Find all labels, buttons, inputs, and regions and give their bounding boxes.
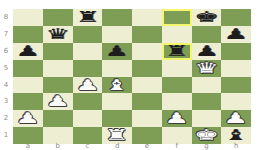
square-a3[interactable] bbox=[13, 93, 43, 110]
rank-label-4: 4 bbox=[1, 82, 11, 89]
square-e5[interactable] bbox=[132, 60, 162, 77]
square-f3[interactable] bbox=[162, 93, 192, 110]
white-pawn[interactable]: ♟ bbox=[45, 94, 70, 111]
file-label-g: g bbox=[192, 143, 222, 150]
square-f2[interactable]: ♟ bbox=[162, 110, 192, 127]
square-c4[interactable]: ♟ bbox=[73, 77, 103, 94]
white-rook[interactable]: ♜ bbox=[105, 127, 130, 144]
square-g6[interactable]: ♟ bbox=[192, 43, 222, 60]
rank-label-8: 8 bbox=[1, 14, 11, 21]
square-c5[interactable] bbox=[73, 60, 103, 77]
square-d3[interactable] bbox=[102, 93, 132, 110]
square-a8[interactable] bbox=[13, 9, 43, 26]
square-a4[interactable] bbox=[13, 77, 43, 94]
square-g1[interactable]: ♚ bbox=[192, 127, 222, 144]
square-c6[interactable] bbox=[73, 43, 103, 60]
square-a5[interactable] bbox=[13, 60, 43, 77]
square-b5[interactable] bbox=[43, 60, 73, 77]
square-e4[interactable] bbox=[132, 77, 162, 94]
black-queen[interactable]: ♛ bbox=[45, 26, 70, 43]
square-c3[interactable] bbox=[73, 93, 103, 110]
square-a2[interactable]: ♟ bbox=[13, 110, 43, 127]
rank-label-3: 3 bbox=[1, 98, 11, 105]
square-h2[interactable]: ♟ bbox=[221, 110, 251, 127]
white-pawn[interactable]: ♟ bbox=[164, 111, 189, 128]
square-d8[interactable] bbox=[102, 9, 132, 26]
square-g2[interactable] bbox=[192, 110, 222, 127]
square-a6[interactable]: ♟ bbox=[13, 43, 43, 60]
square-g8[interactable]: ♚ bbox=[192, 9, 222, 26]
file-label-c: c bbox=[73, 143, 103, 150]
square-f7[interactable] bbox=[162, 26, 192, 43]
square-d1[interactable]: ♜ bbox=[102, 127, 132, 144]
square-d5[interactable] bbox=[102, 60, 132, 77]
square-h6[interactable] bbox=[221, 43, 251, 60]
white-pawn[interactable]: ♟ bbox=[224, 111, 249, 128]
file-label-f: f bbox=[162, 143, 192, 150]
rank-label-1: 1 bbox=[1, 132, 11, 139]
square-h7[interactable]: ♟ bbox=[221, 26, 251, 43]
square-g4[interactable] bbox=[192, 77, 222, 94]
white-pawn[interactable]: ♟ bbox=[75, 77, 100, 94]
square-b2[interactable] bbox=[43, 110, 73, 127]
white-bishop[interactable]: ♝ bbox=[105, 77, 130, 94]
square-b4[interactable] bbox=[43, 77, 73, 94]
rank-label-5: 5 bbox=[1, 65, 11, 72]
square-h8[interactable] bbox=[221, 9, 251, 26]
black-pawn[interactable]: ♟ bbox=[194, 43, 219, 60]
square-b8[interactable] bbox=[43, 9, 73, 26]
square-b7[interactable]: ♛ bbox=[43, 26, 73, 43]
white-pawn[interactable]: ♟ bbox=[15, 111, 40, 128]
file-label-a: a bbox=[13, 143, 43, 150]
square-f4[interactable] bbox=[162, 77, 192, 94]
black-pawn[interactable]: ♟ bbox=[105, 43, 130, 60]
square-f8[interactable] bbox=[162, 9, 192, 26]
black-rook[interactable]: ♜ bbox=[164, 43, 189, 60]
square-g3[interactable] bbox=[192, 93, 222, 110]
square-h1[interactable]: ♝ bbox=[221, 127, 251, 144]
square-h4[interactable] bbox=[221, 77, 251, 94]
file-label-d: d bbox=[102, 143, 132, 150]
square-d4[interactable]: ♝ bbox=[102, 77, 132, 94]
black-king[interactable]: ♚ bbox=[194, 9, 219, 26]
square-e6[interactable] bbox=[132, 43, 162, 60]
square-b3[interactable]: ♟ bbox=[43, 93, 73, 110]
square-g5[interactable]: ♛ bbox=[192, 60, 222, 77]
square-d2[interactable] bbox=[102, 110, 132, 127]
square-f6[interactable]: ♜ bbox=[162, 43, 192, 60]
square-e3[interactable] bbox=[132, 93, 162, 110]
square-f5[interactable] bbox=[162, 60, 192, 77]
file-label-h: h bbox=[221, 143, 251, 150]
black-bishop[interactable]: ♝ bbox=[224, 127, 249, 144]
square-e8[interactable] bbox=[132, 9, 162, 26]
square-c8[interactable]: ♜ bbox=[73, 9, 103, 26]
square-d7[interactable] bbox=[102, 26, 132, 43]
chess-diagram: ♜♚♛♟♟♟♜♟♛♟♝♟♟♟♟♜♚♝ 87654321 abcdefgh bbox=[0, 0, 266, 150]
square-a7[interactable] bbox=[13, 26, 43, 43]
square-d6[interactable]: ♟ bbox=[102, 43, 132, 60]
black-pawn[interactable]: ♟ bbox=[15, 43, 40, 60]
rank-label-7: 7 bbox=[1, 31, 11, 38]
square-h3[interactable] bbox=[221, 93, 251, 110]
square-b6[interactable] bbox=[43, 43, 73, 60]
rank-label-2: 2 bbox=[1, 115, 11, 122]
square-e2[interactable] bbox=[132, 110, 162, 127]
square-h5[interactable] bbox=[221, 60, 251, 77]
white-king[interactable]: ♚ bbox=[194, 127, 219, 144]
black-rook[interactable]: ♜ bbox=[75, 9, 100, 26]
chess-board: ♜♚♛♟♟♟♜♟♛♟♝♟♟♟♟♜♚♝ bbox=[13, 9, 251, 144]
square-e7[interactable] bbox=[132, 26, 162, 43]
square-c2[interactable] bbox=[73, 110, 103, 127]
square-g7[interactable] bbox=[192, 26, 222, 43]
square-c7[interactable] bbox=[73, 26, 103, 43]
file-label-b: b bbox=[43, 143, 73, 150]
black-pawn[interactable]: ♟ bbox=[224, 26, 249, 43]
rank-label-6: 6 bbox=[1, 48, 11, 55]
white-queen[interactable]: ♛ bbox=[194, 60, 219, 77]
file-label-e: e bbox=[132, 143, 162, 150]
